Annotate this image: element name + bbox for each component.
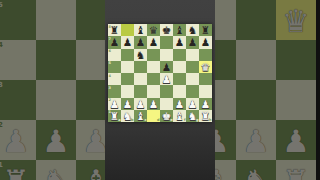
black-pawn[interactable]: ♟ — [160, 61, 173, 73]
square-g5[interactable] — [186, 61, 199, 73]
white-knight[interactable]: ♞ — [186, 110, 199, 122]
square-b3[interactable] — [121, 85, 134, 97]
square-e6[interactable] — [160, 49, 173, 61]
center-video-strip: 8♜♝♛♚♝♞♜7♟♟♟♟♟♟♟6♞5♟♛4♟32♟♟♟♟♟♟♟1a♜b♞c♝d… — [105, 0, 215, 180]
square-h6[interactable] — [199, 49, 212, 61]
chess-board: 8♜♝♛♚♝♞♜7♟♟♟♟♟♟♟6♞5♟♛4♟32♟♟♟♟♟♟♟1a♜b♞c♝d… — [108, 24, 212, 122]
black-bishop[interactable]: ♝ — [173, 24, 186, 36]
square-b1[interactable]: b♞ — [121, 110, 134, 122]
square-h8[interactable]: ♜ — [199, 24, 212, 36]
black-rook[interactable]: ♜ — [108, 24, 121, 36]
black-queen[interactable]: ♛ — [147, 24, 160, 36]
square-b8[interactable] — [121, 24, 134, 36]
white-rook[interactable]: ♜ — [108, 110, 121, 122]
white-pawn[interactable]: ♟ — [160, 73, 173, 85]
square-c5[interactable] — [134, 61, 147, 73]
white-bishop[interactable]: ♝ — [134, 110, 147, 122]
square-f8[interactable]: ♝ — [173, 24, 186, 36]
square-d1[interactable]: d — [147, 110, 160, 122]
square-d7[interactable]: ♟ — [147, 36, 160, 48]
square-e2[interactable] — [160, 98, 173, 110]
square-b7[interactable]: ♟ — [121, 36, 134, 48]
black-bishop[interactable]: ♝ — [134, 24, 147, 36]
video-frame: 5♟♛4♟32♟♟♟♟♟♟♟1♜♞♝♚♝♞♜ 8♜♝♛♚♝♞♜7♟♟♟♟♟♟♟6… — [0, 0, 320, 180]
white-queen[interactable]: ♛ — [199, 61, 212, 73]
square-b5[interactable] — [121, 61, 134, 73]
square-f5[interactable] — [173, 61, 186, 73]
square-c8[interactable]: ♝ — [134, 24, 147, 36]
square-a3[interactable]: 3 — [108, 85, 121, 97]
square-d8[interactable]: ♛ — [147, 24, 160, 36]
square-h1[interactable]: h♜ — [199, 110, 212, 122]
black-king[interactable]: ♚ — [160, 24, 173, 36]
square-b2[interactable]: ♟ — [121, 98, 134, 110]
square-g2[interactable]: ♟ — [186, 98, 199, 110]
square-e4[interactable]: ♟ — [160, 73, 173, 85]
square-f3[interactable] — [173, 85, 186, 97]
black-pawn[interactable]: ♟ — [147, 36, 160, 48]
square-c6[interactable]: ♞ — [134, 49, 147, 61]
white-pawn[interactable]: ♟ — [199, 98, 212, 110]
square-e7[interactable] — [160, 36, 173, 48]
white-pawn[interactable]: ♟ — [121, 98, 134, 110]
square-h2[interactable]: ♟ — [199, 98, 212, 110]
square-f1[interactable]: f♝ — [173, 110, 186, 122]
black-pawn[interactable]: ♟ — [121, 36, 134, 48]
white-pawn[interactable]: ♟ — [173, 98, 186, 110]
rank-coordinate: 4 — [109, 74, 111, 78]
square-f2[interactable]: ♟ — [173, 98, 186, 110]
square-b6[interactable] — [121, 49, 134, 61]
rank-coordinate: 3 — [109, 86, 111, 90]
black-pawn[interactable]: ♟ — [199, 36, 212, 48]
square-e8[interactable]: ♚ — [160, 24, 173, 36]
square-a4[interactable]: 4 — [108, 73, 121, 85]
square-g7[interactable]: ♟ — [186, 36, 199, 48]
square-d4[interactable] — [147, 73, 160, 85]
white-king[interactable]: ♚ — [160, 110, 173, 122]
square-h3[interactable] — [199, 85, 212, 97]
square-e5[interactable]: ♟ — [160, 61, 173, 73]
square-c7[interactable]: ♟ — [134, 36, 147, 48]
black-pawn[interactable]: ♟ — [186, 36, 199, 48]
square-c2[interactable]: ♟ — [134, 98, 147, 110]
square-b4[interactable] — [121, 73, 134, 85]
square-g3[interactable] — [186, 85, 199, 97]
white-knight[interactable]: ♞ — [121, 110, 134, 122]
rank-coordinate: 5 — [109, 61, 111, 65]
square-a5[interactable]: 5 — [108, 61, 121, 73]
black-knight[interactable]: ♞ — [186, 24, 199, 36]
black-pawn[interactable]: ♟ — [134, 36, 147, 48]
square-d3[interactable] — [147, 85, 160, 97]
square-g6[interactable] — [186, 49, 199, 61]
square-g4[interactable] — [186, 73, 199, 85]
square-g8[interactable]: ♞ — [186, 24, 199, 36]
black-pawn[interactable]: ♟ — [108, 36, 121, 48]
square-d6[interactable] — [147, 49, 160, 61]
square-h5[interactable]: ♛ — [199, 61, 212, 73]
square-e3[interactable] — [160, 85, 173, 97]
square-a2[interactable]: 2♟ — [108, 98, 121, 110]
square-a7[interactable]: 7♟ — [108, 36, 121, 48]
square-a1[interactable]: 1a♜ — [108, 110, 121, 122]
white-pawn[interactable]: ♟ — [134, 98, 147, 110]
square-a6[interactable]: 6 — [108, 49, 121, 61]
square-h4[interactable] — [199, 73, 212, 85]
square-d5[interactable] — [147, 61, 160, 73]
white-rook[interactable]: ♜ — [199, 110, 212, 122]
square-c1[interactable]: c♝ — [134, 110, 147, 122]
square-e1[interactable]: e♚ — [160, 110, 173, 122]
square-f7[interactable]: ♟ — [173, 36, 186, 48]
square-d2[interactable]: ♟ — [147, 98, 160, 110]
rank-coordinate: 6 — [109, 49, 111, 53]
white-pawn[interactable]: ♟ — [186, 98, 199, 110]
square-h7[interactable]: ♟ — [199, 36, 212, 48]
square-c3[interactable] — [134, 85, 147, 97]
white-pawn[interactable]: ♟ — [108, 98, 121, 110]
square-a8[interactable]: 8♜ — [108, 24, 121, 36]
black-rook[interactable]: ♜ — [199, 24, 212, 36]
square-c4[interactable] — [134, 73, 147, 85]
black-pawn[interactable]: ♟ — [173, 36, 186, 48]
white-pawn[interactable]: ♟ — [147, 98, 160, 110]
square-f4[interactable] — [173, 73, 186, 85]
square-f6[interactable] — [173, 49, 186, 61]
black-knight[interactable]: ♞ — [134, 49, 147, 61]
white-bishop[interactable]: ♝ — [173, 110, 186, 122]
square-g1[interactable]: g♞ — [186, 110, 199, 122]
